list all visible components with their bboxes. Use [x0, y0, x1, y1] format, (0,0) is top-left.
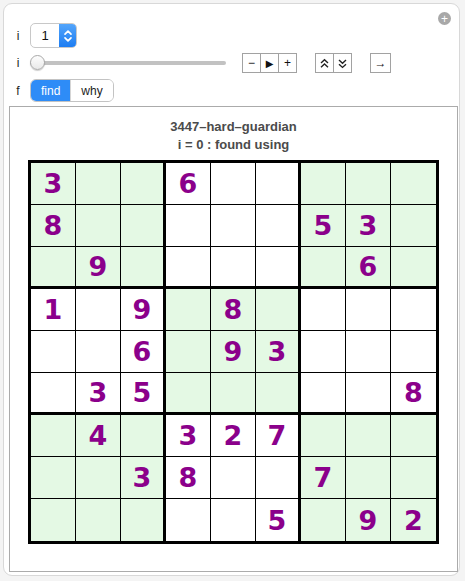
sudoku-cell-r3c4 [166, 247, 211, 289]
sudoku-cell-r1c1: 3 [31, 163, 76, 205]
sudoku-cell-r1c3 [121, 163, 166, 205]
sudoku-grid: 36853961986933584327387592 [28, 160, 439, 544]
sudoku-cell-r1c5 [211, 163, 256, 205]
sudoku-cell-r4c1: 1 [31, 289, 76, 331]
sudoku-cell-r4c7 [301, 289, 346, 331]
sudoku-cell-r9c2 [76, 499, 121, 541]
sudoku-cell-r7c6: 7 [256, 415, 301, 457]
sudoku-cell-r4c5: 8 [211, 289, 256, 331]
sudoku-cell-r4c2 [76, 289, 121, 331]
sudoku-cell-r4c9 [391, 289, 436, 331]
toggle-row: f find why [13, 79, 114, 102]
sudoku-cell-r4c8 [346, 289, 391, 331]
sudoku-cell-r7c2: 4 [76, 415, 121, 457]
sudoku-cell-r7c5: 2 [211, 415, 256, 457]
decrement-button[interactable]: − [242, 53, 261, 73]
sudoku-cell-r5c1 [31, 331, 76, 373]
sudoku-cell-r1c7 [301, 163, 346, 205]
sudoku-cell-r1c4: 6 [166, 163, 211, 205]
sudoku-cell-r6c4 [166, 373, 211, 415]
why-toggle-button[interactable]: why [70, 80, 112, 101]
puzzle-title: 3447–hard–guardian [170, 119, 296, 134]
sudoku-cell-r2c8: 3 [346, 205, 391, 247]
sudoku-cell-r1c2 [76, 163, 121, 205]
popup-label: i [13, 29, 23, 43]
i-slider[interactable] [30, 55, 226, 71]
find-toggle-button[interactable]: find [31, 80, 70, 101]
sudoku-cell-r6c8 [346, 373, 391, 415]
manipulate-menu-plus-icon[interactable]: + [438, 12, 451, 25]
sudoku-cell-r5c5: 9 [211, 331, 256, 373]
slider-row: i − ▶ + [13, 53, 391, 73]
sudoku-cell-r5c8 [346, 331, 391, 373]
sudoku-cell-r3c3 [121, 247, 166, 289]
sudoku-cell-r2c2 [76, 205, 121, 247]
sudoku-cell-r2c6 [256, 205, 301, 247]
sudoku-cell-r7c1 [31, 415, 76, 457]
sudoku-cell-r2c9 [391, 205, 436, 247]
sudoku-cell-r7c4: 3 [166, 415, 211, 457]
sudoku-cell-r9c6: 5 [256, 499, 301, 541]
sudoku-cell-r7c7 [301, 415, 346, 457]
sudoku-cell-r4c4 [166, 289, 211, 331]
sudoku-cell-r7c9 [391, 415, 436, 457]
step-button-group: − ▶ + [242, 53, 297, 73]
sudoku-cell-r8c5 [211, 457, 256, 499]
sudoku-cell-r8c4: 8 [166, 457, 211, 499]
sudoku-cell-r6c2: 3 [76, 373, 121, 415]
f-toggle-group: find why [30, 79, 114, 102]
sudoku-cell-r8c3: 3 [121, 457, 166, 499]
stepper-chevrons-icon[interactable] [59, 24, 76, 47]
sudoku-cell-r9c5 [211, 499, 256, 541]
sudoku-cell-r9c7 [301, 499, 346, 541]
sudoku-cell-r9c1 [31, 499, 76, 541]
sudoku-cell-r1c9 [391, 163, 436, 205]
sudoku-cell-r5c3: 6 [121, 331, 166, 373]
sudoku-cell-r3c7 [301, 247, 346, 289]
sudoku-cell-r3c2: 9 [76, 247, 121, 289]
i-popup-menu[interactable]: 1 [30, 23, 77, 48]
slider-label: i [13, 56, 23, 70]
slider-thumb[interactable] [30, 55, 45, 70]
sudoku-cell-r6c5 [211, 373, 256, 415]
sudoku-cell-r5c6: 3 [256, 331, 301, 373]
sudoku-cell-r8c7: 7 [301, 457, 346, 499]
direction-button-group: → [370, 53, 391, 73]
i-popup-value: 1 [31, 24, 59, 47]
sudoku-cell-r9c3 [121, 499, 166, 541]
double-chevron-up-icon [318, 57, 331, 70]
faster-button[interactable] [315, 53, 334, 73]
sudoku-cell-r5c2 [76, 331, 121, 373]
sudoku-cell-r3c6 [256, 247, 301, 289]
manipulate-widget: i 1 i − ▶ + [3, 3, 460, 576]
sudoku-cell-r9c4 [166, 499, 211, 541]
sudoku-cell-r7c3 [121, 415, 166, 457]
sudoku-cell-r6c9: 8 [391, 373, 436, 415]
sudoku-cell-r4c3: 9 [121, 289, 166, 331]
sudoku-cell-r2c3 [121, 205, 166, 247]
sudoku-cell-r2c4 [166, 205, 211, 247]
sudoku-cell-r3c5 [211, 247, 256, 289]
sudoku-cell-r3c1 [31, 247, 76, 289]
sudoku-cell-r2c1: 8 [31, 205, 76, 247]
slower-button[interactable] [333, 53, 352, 73]
sudoku-cell-r1c6 [256, 163, 301, 205]
display-panel: 3447–hard–guardian i = 0 : found using 3… [9, 106, 458, 572]
direction-button[interactable]: → [370, 53, 391, 73]
sudoku-cell-r6c7 [301, 373, 346, 415]
sudoku-cell-r7c8 [346, 415, 391, 457]
play-button[interactable]: ▶ [260, 53, 279, 73]
sudoku-cell-r8c6 [256, 457, 301, 499]
sudoku-cell-r8c2 [76, 457, 121, 499]
double-chevron-down-icon [336, 57, 349, 70]
slider-track[interactable] [30, 61, 226, 65]
status-line: i = 0 : found using [178, 137, 290, 152]
increment-button[interactable]: + [278, 53, 297, 73]
sudoku-cell-r5c7 [301, 331, 346, 373]
sudoku-cell-r1c8 [346, 163, 391, 205]
sudoku-cell-r8c8 [346, 457, 391, 499]
sudoku-cell-r5c4 [166, 331, 211, 373]
sudoku-cell-r9c9: 2 [391, 499, 436, 541]
sudoku-cell-r6c6 [256, 373, 301, 415]
sudoku-cell-r9c8: 9 [346, 499, 391, 541]
popup-row: i 1 [13, 23, 77, 48]
sudoku-cell-r5c9 [391, 331, 436, 373]
speed-button-group [315, 53, 352, 73]
sudoku-cell-r6c1 [31, 373, 76, 415]
sudoku-cell-r4c6 [256, 289, 301, 331]
toggle-label: f [13, 84, 23, 98]
sudoku-cell-r6c3: 5 [121, 373, 166, 415]
sudoku-cell-r2c7: 5 [301, 205, 346, 247]
sudoku-cell-r3c8: 6 [346, 247, 391, 289]
sudoku-cell-r2c5 [211, 205, 256, 247]
sudoku-cell-r8c1 [31, 457, 76, 499]
sudoku-cell-r8c9 [391, 457, 436, 499]
sudoku-cell-r3c9 [391, 247, 436, 289]
